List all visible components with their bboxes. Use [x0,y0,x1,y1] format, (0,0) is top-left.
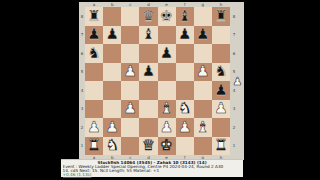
square-g4[interactable] [194,81,212,100]
square-b3[interactable] [103,100,121,119]
black-rook-a8[interactable]: ♜ [87,9,100,24]
white-queen-d1[interactable]: ♛ [142,138,155,153]
square-e4[interactable] [158,81,176,100]
square-e2[interactable]: ♟ [158,118,176,137]
rank-label-3: 3 [230,100,238,119]
square-a4[interactable] [85,81,103,100]
chess-board[interactable]: ♜♛♚♝♜♟♟♝♟♟♞♟♟♟♟♞♟♟♝♞♟♟♟♟♟♝♜♞♛♚♜ [85,7,230,155]
white-rook-a1[interactable]: ♜ [87,138,100,153]
square-d7[interactable]: ♝ [139,26,157,45]
square-g2[interactable]: ♝ [194,118,212,137]
square-e7[interactable] [158,26,176,45]
square-a1[interactable]: ♜ [85,137,103,156]
square-h8[interactable]: ♜ [212,7,230,26]
pillarbox-right [245,0,320,180]
square-b1[interactable]: ♞ [103,137,121,156]
black-pawn-g7[interactable]: ♟ [196,27,209,42]
black-knight-a6[interactable]: ♞ [87,46,100,61]
video-frame: abcdefgh 87654321 ♜♛♚♝♜♟♟♝♟♟♞♟♟♟♟♞♟♟♝♞♟♟… [0,0,320,180]
white-pawn-g5[interactable]: ♟ [196,64,209,79]
black-pawn-b7[interactable]: ♟ [105,27,118,42]
square-a5[interactable] [85,63,103,82]
square-d8[interactable]: ♛ [139,7,157,26]
rank-label-8: 8 [230,7,238,26]
square-h1[interactable]: ♜ [212,137,230,156]
square-d6[interactable] [139,44,157,63]
square-h7[interactable] [212,26,230,45]
black-bishop-d7[interactable]: ♝ [142,27,155,42]
square-h6[interactable] [212,44,230,63]
square-b5[interactable] [103,63,121,82]
square-f4[interactable] [176,81,194,100]
square-b2[interactable]: ♟ [103,118,121,137]
square-c5[interactable]: ♟ [121,63,139,82]
black-king-e8[interactable]: ♚ [160,9,173,24]
black-queen-d8[interactable]: ♛ [142,9,155,24]
square-g3[interactable] [194,100,212,119]
square-b8[interactable] [103,7,121,26]
pillarbox-left [0,0,60,180]
square-c7[interactable] [121,26,139,45]
black-knight-h5[interactable]: ♞ [214,64,227,79]
square-a3[interactable] [85,100,103,119]
white-pawn-c5[interactable]: ♟ [124,64,137,79]
square-c6[interactable] [121,44,139,63]
white-pawn-c3[interactable]: ♟ [124,101,137,116]
square-d1[interactable]: ♛ [139,137,157,156]
square-h2[interactable] [212,118,230,137]
white-knight-b1[interactable]: ♞ [105,138,118,153]
square-g7[interactable]: ♟ [194,26,212,45]
square-f3[interactable]: ♞ [176,100,194,119]
side-to-move-indicator: ♟ [232,74,243,88]
square-g1[interactable] [194,137,212,156]
white-bishop-g2[interactable]: ♝ [196,120,209,135]
white-bishop-e3[interactable]: ♝ [160,101,173,116]
square-b7[interactable]: ♟ [103,26,121,45]
square-d3[interactable] [139,100,157,119]
square-e3[interactable]: ♝ [158,100,176,119]
square-h3[interactable]: ♟ [212,100,230,119]
square-e1[interactable]: ♚ [158,137,176,156]
square-b6[interactable] [103,44,121,63]
square-e8[interactable]: ♚ [158,7,176,26]
square-f2[interactable]: ♟ [176,118,194,137]
black-pawn-a7[interactable]: ♟ [87,27,100,42]
square-d5[interactable]: ♟ [139,63,157,82]
square-c2[interactable] [121,118,139,137]
square-a6[interactable]: ♞ [85,44,103,63]
square-a7[interactable]: ♟ [85,26,103,45]
rank-label-2: 2 [230,118,238,137]
white-king-e1[interactable]: ♚ [160,138,173,153]
square-e6[interactable]: ♟ [158,44,176,63]
square-f7[interactable]: ♟ [176,26,194,45]
white-pawn-icon: ♟ [233,76,243,87]
chess-board-frame: abcdefgh 87654321 ♜♛♚♝♜♟♟♝♟♟♞♟♟♟♟♞♟♟♝♞♟♟… [79,2,244,160]
white-pawn-a2[interactable]: ♟ [87,120,100,135]
white-knight-f3[interactable]: ♞ [178,101,191,116]
black-rook-h8[interactable]: ♜ [214,9,227,24]
game-info-panel: Stockfish 14064 (3545) - Zahak 10 (3143)… [61,159,243,177]
square-a2[interactable]: ♟ [85,118,103,137]
square-c8[interactable] [121,7,139,26]
white-pawn-f2[interactable]: ♟ [178,120,191,135]
square-d2[interactable] [139,118,157,137]
square-e5[interactable] [158,63,176,82]
square-c1[interactable] [121,137,139,156]
square-f1[interactable] [176,137,194,156]
square-h4[interactable]: ♟ [212,81,230,100]
square-f5[interactable] [176,63,194,82]
square-b4[interactable] [103,81,121,100]
black-pawn-h4[interactable]: ♟ [214,83,227,98]
black-bishop-f8[interactable]: ♝ [178,9,191,24]
white-pawn-e2[interactable]: ♟ [160,120,173,135]
square-f6[interactable] [176,44,194,63]
square-g6[interactable] [194,44,212,63]
square-g8[interactable] [194,7,212,26]
square-f8[interactable]: ♝ [176,7,194,26]
engine-eval-line[interactable]: +0.46 (1.13s) [63,173,242,177]
square-c4[interactable] [121,81,139,100]
square-h5[interactable]: ♞ [212,63,230,82]
square-g5[interactable]: ♟ [194,63,212,82]
white-pawn-h3[interactable]: ♟ [214,101,227,116]
square-a8[interactable]: ♜ [85,7,103,26]
rank-label-7: 7 [230,26,238,45]
black-pawn-e6[interactable]: ♟ [160,46,173,61]
square-d4[interactable] [139,81,157,100]
black-pawn-f7[interactable]: ♟ [178,27,191,42]
white-pawn-b2[interactable]: ♟ [105,120,118,135]
square-c3[interactable]: ♟ [121,100,139,119]
rank-label-1: 1 [230,137,238,156]
black-pawn-d5[interactable]: ♟ [142,64,155,79]
white-rook-h1[interactable]: ♜ [214,138,227,153]
rank-label-6: 6 [230,44,238,63]
